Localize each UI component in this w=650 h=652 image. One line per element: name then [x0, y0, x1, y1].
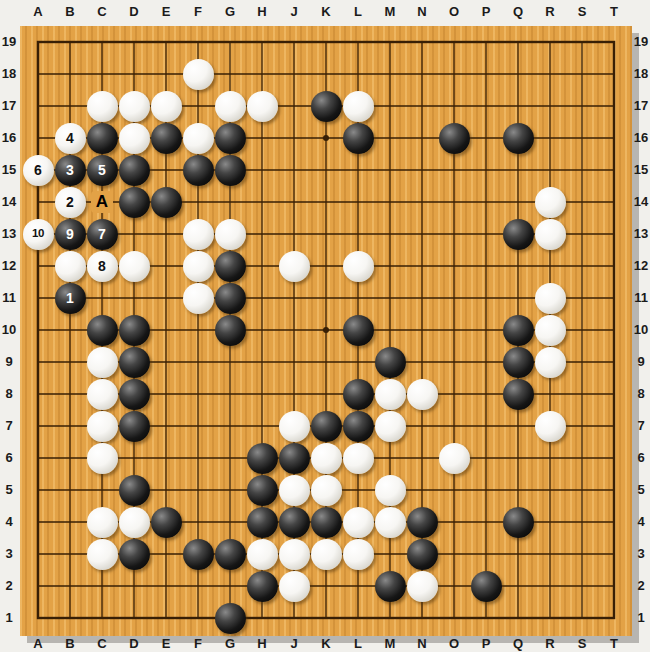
board-point-G16[interactable] — [214, 122, 246, 154]
board-point-P3[interactable] — [470, 538, 502, 570]
board-point-O18[interactable] — [438, 58, 470, 90]
board-point-D12[interactable] — [118, 250, 150, 282]
board-point-F4[interactable] — [182, 506, 214, 538]
board-point-B1[interactable] — [54, 602, 86, 634]
board-point-K2[interactable] — [310, 570, 342, 602]
board-point-K16[interactable] — [310, 122, 342, 154]
board-point-C8[interactable] — [86, 378, 118, 410]
board-point-E13[interactable] — [150, 218, 182, 250]
board-point-F16[interactable] — [182, 122, 214, 154]
board-point-D16[interactable] — [118, 122, 150, 154]
board-point-C2[interactable] — [86, 570, 118, 602]
board-point-B10[interactable] — [54, 314, 86, 346]
board-point-A18[interactable] — [22, 58, 54, 90]
board-point-M17[interactable] — [374, 90, 406, 122]
board-point-G1[interactable] — [214, 602, 246, 634]
board-point-D13[interactable] — [118, 218, 150, 250]
board-point-T16[interactable] — [598, 122, 630, 154]
board-point-A2[interactable] — [22, 570, 54, 602]
board-point-G13[interactable] — [214, 218, 246, 250]
board-point-N1[interactable] — [406, 602, 438, 634]
board-point-B14[interactable]: 2 — [54, 186, 86, 218]
board-point-M4[interactable] — [374, 506, 406, 538]
board-point-A3[interactable] — [22, 538, 54, 570]
board-point-P11[interactable] — [470, 282, 502, 314]
board-point-A11[interactable] — [22, 282, 54, 314]
board-point-S15[interactable] — [566, 154, 598, 186]
board-point-O6[interactable] — [438, 442, 470, 474]
board-point-H6[interactable] — [246, 442, 278, 474]
board-point-T7[interactable] — [598, 410, 630, 442]
board-point-T10[interactable] — [598, 314, 630, 346]
board-point-J15[interactable] — [278, 154, 310, 186]
board-point-E4[interactable] — [150, 506, 182, 538]
board-point-Q17[interactable] — [502, 90, 534, 122]
board-point-Q18[interactable] — [502, 58, 534, 90]
board-point-P14[interactable] — [470, 186, 502, 218]
board-point-N2[interactable] — [406, 570, 438, 602]
board-point-M11[interactable] — [374, 282, 406, 314]
board-point-L3[interactable] — [342, 538, 374, 570]
board-point-N12[interactable] — [406, 250, 438, 282]
board-point-S13[interactable] — [566, 218, 598, 250]
board-point-D18[interactable] — [118, 58, 150, 90]
board-point-A4[interactable] — [22, 506, 54, 538]
board-point-O11[interactable] — [438, 282, 470, 314]
board-point-L13[interactable] — [342, 218, 374, 250]
board-point-E14[interactable] — [150, 186, 182, 218]
board-point-N7[interactable] — [406, 410, 438, 442]
board-point-T1[interactable] — [598, 602, 630, 634]
board-point-N4[interactable] — [406, 506, 438, 538]
board-point-B9[interactable] — [54, 346, 86, 378]
board-point-B3[interactable] — [54, 538, 86, 570]
board-point-K12[interactable] — [310, 250, 342, 282]
board-point-N3[interactable] — [406, 538, 438, 570]
board-point-F14[interactable] — [182, 186, 214, 218]
board-point-H17[interactable] — [246, 90, 278, 122]
board-point-O19[interactable] — [438, 26, 470, 58]
board-point-T2[interactable] — [598, 570, 630, 602]
board-point-H1[interactable] — [246, 602, 278, 634]
board-point-N17[interactable] — [406, 90, 438, 122]
board-point-M7[interactable] — [374, 410, 406, 442]
board-point-G5[interactable] — [214, 474, 246, 506]
board-point-E5[interactable] — [150, 474, 182, 506]
board-point-H19[interactable] — [246, 26, 278, 58]
board-point-N13[interactable] — [406, 218, 438, 250]
board-point-K13[interactable] — [310, 218, 342, 250]
board-point-B13[interactable]: 9 — [54, 218, 86, 250]
board-point-A15[interactable]: 6 — [22, 154, 54, 186]
board-point-P2[interactable] — [470, 570, 502, 602]
board-point-R8[interactable] — [534, 378, 566, 410]
board-point-G8[interactable] — [214, 378, 246, 410]
board-point-C17[interactable] — [86, 90, 118, 122]
board-point-L1[interactable] — [342, 602, 374, 634]
board-point-K6[interactable] — [310, 442, 342, 474]
board-point-B17[interactable] — [54, 90, 86, 122]
board-point-H4[interactable] — [246, 506, 278, 538]
board-point-P1[interactable] — [470, 602, 502, 634]
board-point-N11[interactable] — [406, 282, 438, 314]
board-point-E3[interactable] — [150, 538, 182, 570]
board-point-H7[interactable] — [246, 410, 278, 442]
board-point-R4[interactable] — [534, 506, 566, 538]
board-point-L4[interactable] — [342, 506, 374, 538]
board-point-B4[interactable] — [54, 506, 86, 538]
board-point-T9[interactable] — [598, 346, 630, 378]
board-point-M18[interactable] — [374, 58, 406, 90]
board-point-J18[interactable] — [278, 58, 310, 90]
board-point-D9[interactable] — [118, 346, 150, 378]
board-point-K7[interactable] — [310, 410, 342, 442]
board-point-R6[interactable] — [534, 442, 566, 474]
board-point-F15[interactable] — [182, 154, 214, 186]
board-point-J13[interactable] — [278, 218, 310, 250]
board-point-S4[interactable] — [566, 506, 598, 538]
board-point-J14[interactable] — [278, 186, 310, 218]
board-point-D15[interactable] — [118, 154, 150, 186]
board-point-L6[interactable] — [342, 442, 374, 474]
board-point-Q16[interactable] — [502, 122, 534, 154]
board-point-C4[interactable] — [86, 506, 118, 538]
board-point-A9[interactable] — [22, 346, 54, 378]
board-point-A8[interactable] — [22, 378, 54, 410]
board-point-G14[interactable] — [214, 186, 246, 218]
board-point-O1[interactable] — [438, 602, 470, 634]
board-point-F8[interactable] — [182, 378, 214, 410]
board-point-S18[interactable] — [566, 58, 598, 90]
board-point-K10[interactable] — [310, 314, 342, 346]
board-point-P10[interactable] — [470, 314, 502, 346]
board-point-L9[interactable] — [342, 346, 374, 378]
board-point-G2[interactable] — [214, 570, 246, 602]
board-point-E6[interactable] — [150, 442, 182, 474]
board-point-S3[interactable] — [566, 538, 598, 570]
board-point-F17[interactable] — [182, 90, 214, 122]
board-point-T11[interactable] — [598, 282, 630, 314]
board-point-H10[interactable] — [246, 314, 278, 346]
board-point-P13[interactable] — [470, 218, 502, 250]
board-point-J2[interactable] — [278, 570, 310, 602]
board-point-L5[interactable] — [342, 474, 374, 506]
board-point-B15[interactable]: 3 — [54, 154, 86, 186]
board-point-O2[interactable] — [438, 570, 470, 602]
board-point-P4[interactable] — [470, 506, 502, 538]
board-point-S7[interactable] — [566, 410, 598, 442]
board-point-O15[interactable] — [438, 154, 470, 186]
board-point-O12[interactable] — [438, 250, 470, 282]
board-point-L15[interactable] — [342, 154, 374, 186]
board-point-M10[interactable] — [374, 314, 406, 346]
board-point-R13[interactable] — [534, 218, 566, 250]
board-point-S5[interactable] — [566, 474, 598, 506]
board-point-M1[interactable] — [374, 602, 406, 634]
board-point-Q4[interactable] — [502, 506, 534, 538]
board-point-A10[interactable] — [22, 314, 54, 346]
board-point-S2[interactable] — [566, 570, 598, 602]
board-point-Q19[interactable] — [502, 26, 534, 58]
board-point-P6[interactable] — [470, 442, 502, 474]
board-point-P9[interactable] — [470, 346, 502, 378]
board-point-A17[interactable] — [22, 90, 54, 122]
board-point-G11[interactable] — [214, 282, 246, 314]
board-point-L11[interactable] — [342, 282, 374, 314]
board-point-F2[interactable] — [182, 570, 214, 602]
board-point-F1[interactable] — [182, 602, 214, 634]
board-point-S8[interactable] — [566, 378, 598, 410]
board-point-R15[interactable] — [534, 154, 566, 186]
board-point-D5[interactable] — [118, 474, 150, 506]
board-point-O8[interactable] — [438, 378, 470, 410]
board-point-T5[interactable] — [598, 474, 630, 506]
board-point-B8[interactable] — [54, 378, 86, 410]
board-point-R16[interactable] — [534, 122, 566, 154]
board-point-M2[interactable] — [374, 570, 406, 602]
board-point-D6[interactable] — [118, 442, 150, 474]
board-point-R11[interactable] — [534, 282, 566, 314]
board-point-G17[interactable] — [214, 90, 246, 122]
board-point-Q14[interactable] — [502, 186, 534, 218]
board-point-H16[interactable] — [246, 122, 278, 154]
board-point-Q15[interactable] — [502, 154, 534, 186]
board-point-F7[interactable] — [182, 410, 214, 442]
board-point-Q11[interactable] — [502, 282, 534, 314]
board-point-Q8[interactable] — [502, 378, 534, 410]
board-point-P18[interactable] — [470, 58, 502, 90]
board-point-S1[interactable] — [566, 602, 598, 634]
board-point-E2[interactable] — [150, 570, 182, 602]
board-point-O7[interactable] — [438, 410, 470, 442]
board-point-L14[interactable] — [342, 186, 374, 218]
board-point-M13[interactable] — [374, 218, 406, 250]
board-point-C13[interactable]: 7 — [86, 218, 118, 250]
board-point-P12[interactable] — [470, 250, 502, 282]
board-point-F19[interactable] — [182, 26, 214, 58]
board-point-P17[interactable] — [470, 90, 502, 122]
board-point-D3[interactable] — [118, 538, 150, 570]
board-point-O17[interactable] — [438, 90, 470, 122]
board-point-T17[interactable] — [598, 90, 630, 122]
board-point-N19[interactable] — [406, 26, 438, 58]
board-point-L18[interactable] — [342, 58, 374, 90]
board-point-H9[interactable] — [246, 346, 278, 378]
board-point-P15[interactable] — [470, 154, 502, 186]
board-point-K14[interactable] — [310, 186, 342, 218]
board-point-G15[interactable] — [214, 154, 246, 186]
board-point-A5[interactable] — [22, 474, 54, 506]
board-point-C5[interactable] — [86, 474, 118, 506]
board-point-R7[interactable] — [534, 410, 566, 442]
board-point-O9[interactable] — [438, 346, 470, 378]
board-point-N9[interactable] — [406, 346, 438, 378]
board-point-G9[interactable] — [214, 346, 246, 378]
board-point-H18[interactable] — [246, 58, 278, 90]
board-point-F9[interactable] — [182, 346, 214, 378]
board-point-C12[interactable]: 8 — [86, 250, 118, 282]
board-point-L8[interactable] — [342, 378, 374, 410]
board-point-F12[interactable] — [182, 250, 214, 282]
board-point-T12[interactable] — [598, 250, 630, 282]
board-point-C14[interactable]: A — [86, 186, 118, 218]
board-point-P19[interactable] — [470, 26, 502, 58]
board-point-K8[interactable] — [310, 378, 342, 410]
board-point-M9[interactable] — [374, 346, 406, 378]
board-point-S17[interactable] — [566, 90, 598, 122]
board-point-E15[interactable] — [150, 154, 182, 186]
board-point-N14[interactable] — [406, 186, 438, 218]
board-point-S19[interactable] — [566, 26, 598, 58]
board-point-Q10[interactable] — [502, 314, 534, 346]
board-point-H5[interactable] — [246, 474, 278, 506]
board-point-H15[interactable] — [246, 154, 278, 186]
board-point-F18[interactable] — [182, 58, 214, 90]
board-point-T15[interactable] — [598, 154, 630, 186]
board-point-G12[interactable] — [214, 250, 246, 282]
board-point-E11[interactable] — [150, 282, 182, 314]
board-point-J17[interactable] — [278, 90, 310, 122]
board-point-Q6[interactable] — [502, 442, 534, 474]
board-point-D14[interactable] — [118, 186, 150, 218]
board-point-A16[interactable] — [22, 122, 54, 154]
board-point-G4[interactable] — [214, 506, 246, 538]
board-point-D8[interactable] — [118, 378, 150, 410]
board-point-B12[interactable] — [54, 250, 86, 282]
board-point-B19[interactable] — [54, 26, 86, 58]
board-point-J7[interactable] — [278, 410, 310, 442]
board-point-R3[interactable] — [534, 538, 566, 570]
board-point-K9[interactable] — [310, 346, 342, 378]
board-point-R5[interactable] — [534, 474, 566, 506]
board-point-J5[interactable] — [278, 474, 310, 506]
board-point-E1[interactable] — [150, 602, 182, 634]
board-point-Q5[interactable] — [502, 474, 534, 506]
board-point-O16[interactable] — [438, 122, 470, 154]
board-point-A7[interactable] — [22, 410, 54, 442]
board-point-H3[interactable] — [246, 538, 278, 570]
board-point-J9[interactable] — [278, 346, 310, 378]
board-point-G6[interactable] — [214, 442, 246, 474]
board-point-F5[interactable] — [182, 474, 214, 506]
board-point-R19[interactable] — [534, 26, 566, 58]
board-point-K3[interactable] — [310, 538, 342, 570]
board-point-Q9[interactable] — [502, 346, 534, 378]
board-point-R9[interactable] — [534, 346, 566, 378]
board-point-D11[interactable] — [118, 282, 150, 314]
board-point-J19[interactable] — [278, 26, 310, 58]
board-point-N5[interactable] — [406, 474, 438, 506]
board-point-G3[interactable] — [214, 538, 246, 570]
board-point-D10[interactable] — [118, 314, 150, 346]
board-point-F3[interactable] — [182, 538, 214, 570]
board-point-H2[interactable] — [246, 570, 278, 602]
board-point-F6[interactable] — [182, 442, 214, 474]
board-point-J10[interactable] — [278, 314, 310, 346]
board-point-B16[interactable]: 4 — [54, 122, 86, 154]
board-point-C1[interactable] — [86, 602, 118, 634]
board-point-C10[interactable] — [86, 314, 118, 346]
board-point-R1[interactable] — [534, 602, 566, 634]
board-point-D1[interactable] — [118, 602, 150, 634]
board-point-E12[interactable] — [150, 250, 182, 282]
board-point-C9[interactable] — [86, 346, 118, 378]
board-point-J12[interactable] — [278, 250, 310, 282]
board-point-B11[interactable]: 1 — [54, 282, 86, 314]
board-point-B7[interactable] — [54, 410, 86, 442]
board-point-K15[interactable] — [310, 154, 342, 186]
board-point-J8[interactable] — [278, 378, 310, 410]
board-point-F11[interactable] — [182, 282, 214, 314]
board-point-L2[interactable] — [342, 570, 374, 602]
board-point-Q13[interactable] — [502, 218, 534, 250]
board-point-B2[interactable] — [54, 570, 86, 602]
board-point-M5[interactable] — [374, 474, 406, 506]
board-point-L12[interactable] — [342, 250, 374, 282]
board-point-G19[interactable] — [214, 26, 246, 58]
board-point-C7[interactable] — [86, 410, 118, 442]
board-point-G18[interactable] — [214, 58, 246, 90]
board-point-L17[interactable] — [342, 90, 374, 122]
board-point-T14[interactable] — [598, 186, 630, 218]
board-point-N18[interactable] — [406, 58, 438, 90]
board-point-O3[interactable] — [438, 538, 470, 570]
board-point-A1[interactable] — [22, 602, 54, 634]
board-point-D19[interactable] — [118, 26, 150, 58]
board-point-S16[interactable] — [566, 122, 598, 154]
board-point-P16[interactable] — [470, 122, 502, 154]
board-point-O5[interactable] — [438, 474, 470, 506]
board-point-R18[interactable] — [534, 58, 566, 90]
board-point-M6[interactable] — [374, 442, 406, 474]
board-point-E19[interactable] — [150, 26, 182, 58]
board-point-Q1[interactable] — [502, 602, 534, 634]
board-point-O13[interactable] — [438, 218, 470, 250]
board-point-E8[interactable] — [150, 378, 182, 410]
board-point-N8[interactable] — [406, 378, 438, 410]
board-point-Q7[interactable] — [502, 410, 534, 442]
board-point-J4[interactable] — [278, 506, 310, 538]
board-point-E10[interactable] — [150, 314, 182, 346]
board-point-B6[interactable] — [54, 442, 86, 474]
board-point-T3[interactable] — [598, 538, 630, 570]
board-point-A19[interactable] — [22, 26, 54, 58]
board-point-M19[interactable] — [374, 26, 406, 58]
board-point-B18[interactable] — [54, 58, 86, 90]
board-point-N16[interactable] — [406, 122, 438, 154]
board-point-D2[interactable] — [118, 570, 150, 602]
board-point-T4[interactable] — [598, 506, 630, 538]
board-point-R14[interactable] — [534, 186, 566, 218]
board-point-K11[interactable] — [310, 282, 342, 314]
board-point-N10[interactable] — [406, 314, 438, 346]
board-grid[interactable]: 46352A109781 — [22, 26, 630, 634]
board-point-O10[interactable] — [438, 314, 470, 346]
board-point-C6[interactable] — [86, 442, 118, 474]
board-point-L10[interactable] — [342, 314, 374, 346]
board-point-L16[interactable] — [342, 122, 374, 154]
board-point-B5[interactable] — [54, 474, 86, 506]
board-point-R10[interactable] — [534, 314, 566, 346]
board-point-M12[interactable] — [374, 250, 406, 282]
board-point-J6[interactable] — [278, 442, 310, 474]
board-point-K18[interactable] — [310, 58, 342, 90]
board-point-G7[interactable] — [214, 410, 246, 442]
board-point-A14[interactable] — [22, 186, 54, 218]
board-point-F13[interactable] — [182, 218, 214, 250]
board-point-C15[interactable]: 5 — [86, 154, 118, 186]
board-point-E16[interactable] — [150, 122, 182, 154]
